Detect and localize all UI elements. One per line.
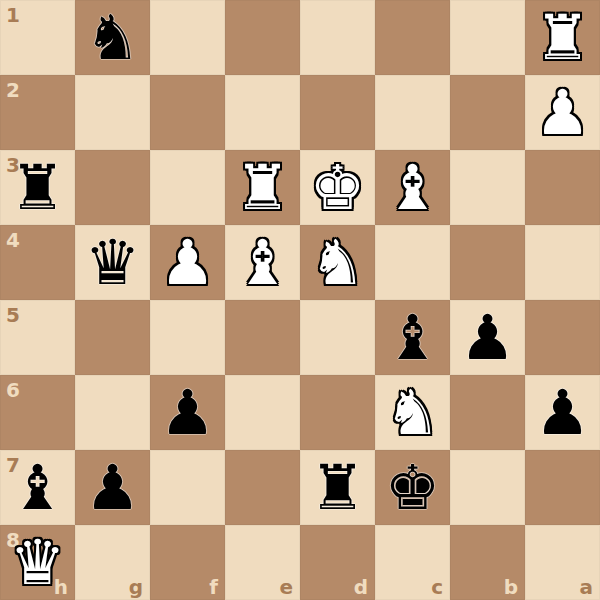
black-bishop-piece[interactable]: ♝ (0, 450, 75, 525)
square-g5[interactable] (75, 300, 150, 375)
rank-label-1: 1 (6, 5, 20, 25)
square-f2[interactable] (150, 75, 225, 150)
white-bishop-piece[interactable]: ♝ (375, 150, 450, 225)
file-label-a: a (580, 577, 594, 597)
square-g2[interactable] (75, 75, 150, 150)
square-e6[interactable] (225, 375, 300, 450)
square-g3[interactable] (75, 150, 150, 225)
square-h8[interactable]: ♛8h (0, 525, 75, 600)
square-c8[interactable]: c (375, 525, 450, 600)
square-h4[interactable]: 4 (0, 225, 75, 300)
file-label-b: b (504, 577, 518, 597)
white-knight-piece[interactable]: ♞ (375, 375, 450, 450)
square-d7[interactable]: ♜ (300, 450, 375, 525)
square-c7[interactable]: ♚ (375, 450, 450, 525)
square-d2[interactable] (300, 75, 375, 150)
rank-label-6: 6 (6, 380, 20, 400)
black-rook-piece[interactable]: ♜ (0, 150, 75, 225)
black-rook-piece[interactable]: ♜ (300, 450, 375, 525)
square-b7[interactable] (450, 450, 525, 525)
white-rook-piece[interactable]: ♜ (225, 150, 300, 225)
square-a1[interactable]: ♜ (525, 0, 600, 75)
square-f8[interactable]: f (150, 525, 225, 600)
square-d4[interactable]: ♞ (300, 225, 375, 300)
square-e1[interactable] (225, 0, 300, 75)
square-c2[interactable] (375, 75, 450, 150)
square-e8[interactable]: e (225, 525, 300, 600)
square-c6[interactable]: ♞ (375, 375, 450, 450)
square-e5[interactable] (225, 300, 300, 375)
square-g4[interactable]: ♛ (75, 225, 150, 300)
square-h5[interactable]: 5 (0, 300, 75, 375)
chess-board: 1♞♜2♟♜3♜♚♝4♛♟♝♞5♝♟6♟♞♟♝7♟♜♚♛8hgfedcba (0, 0, 600, 600)
square-e2[interactable] (225, 75, 300, 150)
black-pawn-piece[interactable]: ♟ (75, 450, 150, 525)
square-g6[interactable] (75, 375, 150, 450)
black-pawn-piece[interactable]: ♟ (525, 375, 600, 450)
file-label-d: d (354, 577, 368, 597)
square-b3[interactable] (450, 150, 525, 225)
square-a5[interactable] (525, 300, 600, 375)
white-bishop-piece[interactable]: ♝ (225, 225, 300, 300)
square-a7[interactable] (525, 450, 600, 525)
square-d5[interactable] (300, 300, 375, 375)
black-pawn-piece[interactable]: ♟ (450, 300, 525, 375)
square-c3[interactable]: ♝ (375, 150, 450, 225)
black-queen-piece[interactable]: ♛ (75, 225, 150, 300)
square-h3[interactable]: ♜3 (0, 150, 75, 225)
file-label-f: f (209, 577, 218, 597)
square-e7[interactable] (225, 450, 300, 525)
square-c4[interactable] (375, 225, 450, 300)
square-b8[interactable]: b (450, 525, 525, 600)
square-b1[interactable] (450, 0, 525, 75)
square-f5[interactable] (150, 300, 225, 375)
rank-label-4: 4 (6, 230, 20, 250)
black-king-piece[interactable]: ♚ (375, 450, 450, 525)
square-d1[interactable] (300, 0, 375, 75)
black-knight-piece[interactable]: ♞ (75, 0, 150, 75)
square-a2[interactable]: ♟ (525, 75, 600, 150)
white-knight-piece[interactable]: ♞ (300, 225, 375, 300)
square-f1[interactable] (150, 0, 225, 75)
square-d3[interactable]: ♚ (300, 150, 375, 225)
square-f6[interactable]: ♟ (150, 375, 225, 450)
square-h6[interactable]: 6 (0, 375, 75, 450)
white-queen-piece[interactable]: ♛ (0, 525, 75, 600)
square-b2[interactable] (450, 75, 525, 150)
square-f7[interactable] (150, 450, 225, 525)
square-e3[interactable]: ♜ (225, 150, 300, 225)
square-a4[interactable] (525, 225, 600, 300)
square-a8[interactable]: a (525, 525, 600, 600)
square-b4[interactable] (450, 225, 525, 300)
file-label-g: g (129, 577, 143, 597)
file-label-e: e (279, 577, 293, 597)
square-g7[interactable]: ♟ (75, 450, 150, 525)
square-h1[interactable]: 1 (0, 0, 75, 75)
square-a6[interactable]: ♟ (525, 375, 600, 450)
black-bishop-piece[interactable]: ♝ (375, 300, 450, 375)
square-e4[interactable]: ♝ (225, 225, 300, 300)
rank-label-2: 2 (6, 80, 20, 100)
white-king-piece[interactable]: ♚ (300, 150, 375, 225)
square-h2[interactable]: 2 (0, 75, 75, 150)
rank-label-5: 5 (6, 305, 20, 325)
square-d6[interactable] (300, 375, 375, 450)
square-a3[interactable] (525, 150, 600, 225)
square-d8[interactable]: d (300, 525, 375, 600)
square-g1[interactable]: ♞ (75, 0, 150, 75)
square-b5[interactable]: ♟ (450, 300, 525, 375)
square-c1[interactable] (375, 0, 450, 75)
black-pawn-piece[interactable]: ♟ (150, 375, 225, 450)
white-rook-piece[interactable]: ♜ (525, 0, 600, 75)
square-h7[interactable]: ♝7 (0, 450, 75, 525)
square-b6[interactable] (450, 375, 525, 450)
square-c5[interactable]: ♝ (375, 300, 450, 375)
file-label-c: c (431, 577, 443, 597)
white-pawn-piece[interactable]: ♟ (525, 75, 600, 150)
white-pawn-piece[interactable]: ♟ (150, 225, 225, 300)
square-g8[interactable]: g (75, 525, 150, 600)
square-f4[interactable]: ♟ (150, 225, 225, 300)
square-f3[interactable] (150, 150, 225, 225)
